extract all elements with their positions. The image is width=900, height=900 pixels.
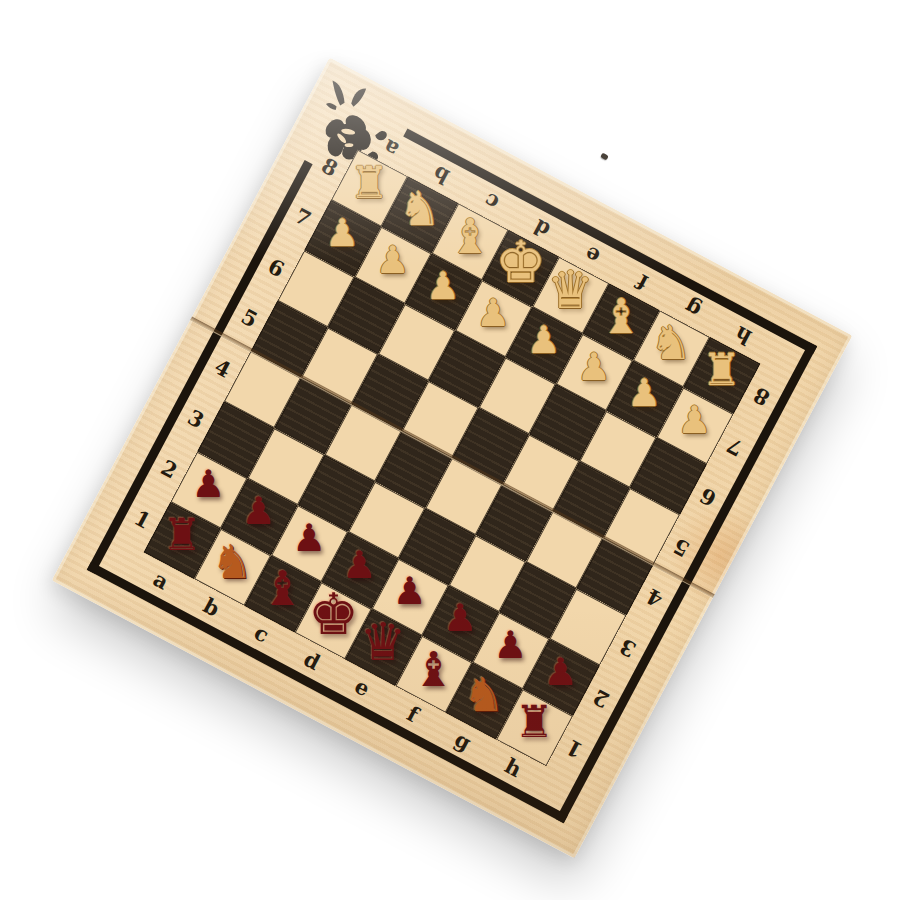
light-king-d8[interactable]: ♚ — [495, 234, 546, 291]
light-pawn-b7[interactable]: ♟ — [376, 240, 410, 278]
light-rook-a8[interactable]: ♜ — [350, 160, 389, 204]
red-pawn-a2[interactable]: ♟ — [192, 465, 226, 503]
light-pawn-e7[interactable]: ♟ — [527, 321, 561, 359]
red-pawn-b2[interactable]: ♟ — [242, 492, 276, 530]
red-bishop-c1[interactable]: ♝ — [261, 564, 304, 612]
latch-icon — [600, 153, 609, 161]
red-rook-a1[interactable]: ♜ — [162, 512, 201, 556]
red-pawn-e2[interactable]: ♟ — [393, 572, 427, 610]
light-bishop-c8[interactable]: ♝ — [449, 212, 492, 260]
red-pawn-h2[interactable]: ♟ — [544, 652, 578, 690]
light-knight-g8[interactable]: ♞ — [650, 319, 692, 366]
red-king-d1[interactable]: ♚ — [308, 586, 359, 643]
light-pawn-a7[interactable]: ♟ — [326, 214, 360, 252]
photo-background: abcdefgh abcdefgh 87654321 87654321 ♜♞♝♚… — [0, 0, 900, 900]
red-bishop-f1[interactable]: ♝ — [412, 644, 455, 692]
chess-board: abcdefgh abcdefgh 87654321 87654321 ♜♞♝♚… — [52, 58, 853, 859]
red-queen-e1[interactable]: ♛ — [360, 616, 407, 668]
red-knight-g1[interactable]: ♞ — [463, 672, 505, 719]
red-pawn-g2[interactable]: ♟ — [494, 626, 528, 664]
light-knight-b8[interactable]: ♞ — [399, 185, 441, 232]
light-bishop-f8[interactable]: ♝ — [600, 292, 643, 340]
light-pawn-d7[interactable]: ♟ — [477, 294, 511, 332]
light-pawn-c7[interactable]: ♟ — [426, 267, 460, 305]
red-rook-h1[interactable]: ♜ — [515, 700, 554, 744]
light-pawn-g7[interactable]: ♟ — [628, 374, 662, 412]
red-pawn-c2[interactable]: ♟ — [293, 519, 327, 557]
light-pawn-f7[interactable]: ♟ — [577, 347, 611, 385]
red-knight-b1[interactable]: ♞ — [211, 538, 253, 585]
light-pawn-h7[interactable]: ♟ — [678, 401, 712, 439]
light-queen-e8[interactable]: ♛ — [548, 263, 595, 315]
light-rook-h8[interactable]: ♜ — [702, 348, 741, 392]
red-pawn-d2[interactable]: ♟ — [343, 545, 377, 583]
red-pawn-f2[interactable]: ♟ — [444, 599, 478, 637]
